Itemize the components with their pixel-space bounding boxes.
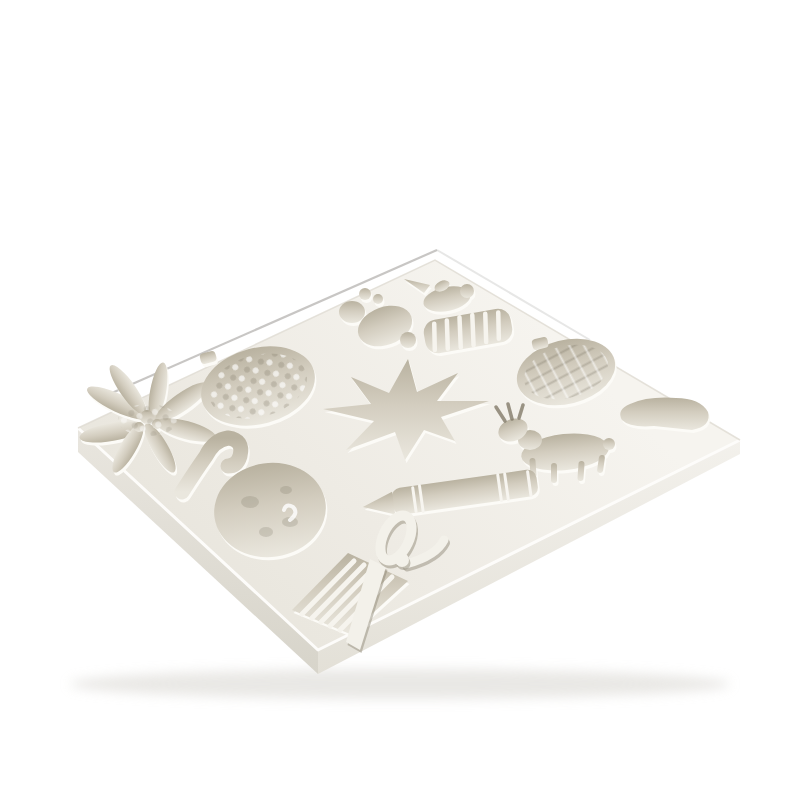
cavity-stocking-boot (620, 398, 710, 433)
ground-shadow (70, 669, 730, 699)
silicone-mold-photo (0, 0, 800, 800)
product-photo (0, 0, 800, 800)
